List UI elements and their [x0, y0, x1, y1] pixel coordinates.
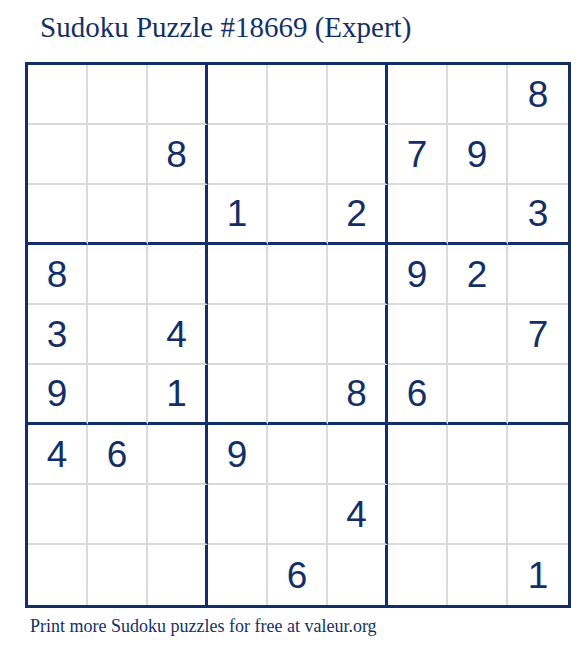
cell-r7c5[interactable] — [268, 425, 328, 485]
cell-r9c9: 1 — [508, 545, 568, 605]
cell-r3c3[interactable] — [148, 185, 208, 245]
cell-r7c6[interactable] — [328, 425, 388, 485]
cell-r8c4[interactable] — [208, 485, 268, 545]
cell-r2c6[interactable] — [328, 125, 388, 185]
page-title: Sudoku Puzzle #18669 (Expert) — [40, 11, 411, 44]
cell-r8c8[interactable] — [448, 485, 508, 545]
cell-r6c1: 9 — [28, 365, 88, 425]
cell-r2c5[interactable] — [268, 125, 328, 185]
cell-r5c2[interactable] — [88, 305, 148, 365]
cell-r4c9[interactable] — [508, 245, 568, 305]
cell-r5c8[interactable] — [448, 305, 508, 365]
cell-r6c9[interactable] — [508, 365, 568, 425]
sudoku-page: Sudoku Puzzle #18669 (Expert) 8879123892… — [0, 0, 580, 651]
cell-r7c2: 6 — [88, 425, 148, 485]
cell-r9c3[interactable] — [148, 545, 208, 605]
cell-r3c1[interactable] — [28, 185, 88, 245]
cell-r7c9[interactable] — [508, 425, 568, 485]
cell-r9c2[interactable] — [88, 545, 148, 605]
cell-r1c6[interactable] — [328, 65, 388, 125]
cell-r9c7[interactable] — [388, 545, 448, 605]
cell-r4c2[interactable] — [88, 245, 148, 305]
cell-r8c2[interactable] — [88, 485, 148, 545]
cell-r6c6: 8 — [328, 365, 388, 425]
cell-r5c4[interactable] — [208, 305, 268, 365]
cell-r3c6: 2 — [328, 185, 388, 245]
cell-r6c8[interactable] — [448, 365, 508, 425]
cell-r3c4: 1 — [208, 185, 268, 245]
cell-r7c8[interactable] — [448, 425, 508, 485]
cell-r2c1[interactable] — [28, 125, 88, 185]
cell-r1c1[interactable] — [28, 65, 88, 125]
cell-r8c5[interactable] — [268, 485, 328, 545]
cell-r6c4[interactable] — [208, 365, 268, 425]
cell-r3c5[interactable] — [268, 185, 328, 245]
cell-r4c6[interactable] — [328, 245, 388, 305]
cell-r4c7: 9 — [388, 245, 448, 305]
cell-r7c4: 9 — [208, 425, 268, 485]
cell-r5c1: 3 — [28, 305, 88, 365]
cell-r5c3: 4 — [148, 305, 208, 365]
cell-r8c1[interactable] — [28, 485, 88, 545]
cell-r1c5[interactable] — [268, 65, 328, 125]
cell-r9c1[interactable] — [28, 545, 88, 605]
cell-r4c3[interactable] — [148, 245, 208, 305]
cell-r2c8: 9 — [448, 125, 508, 185]
cell-r6c2[interactable] — [88, 365, 148, 425]
cell-r3c7[interactable] — [388, 185, 448, 245]
cell-r4c1: 8 — [28, 245, 88, 305]
cell-r3c9: 3 — [508, 185, 568, 245]
cell-r5c5[interactable] — [268, 305, 328, 365]
cell-r9c6[interactable] — [328, 545, 388, 605]
cell-r8c6: 4 — [328, 485, 388, 545]
cell-r7c3[interactable] — [148, 425, 208, 485]
cell-r1c3[interactable] — [148, 65, 208, 125]
cell-r2c4[interactable] — [208, 125, 268, 185]
sudoku-grid: 88791238923479186469461 — [25, 62, 571, 608]
cell-r6c3: 1 — [148, 365, 208, 425]
cell-r7c1: 4 — [28, 425, 88, 485]
footer-text: Print more Sudoku puzzles for free at va… — [30, 616, 377, 637]
cell-r2c9[interactable] — [508, 125, 568, 185]
cell-r1c2[interactable] — [88, 65, 148, 125]
cell-r3c2[interactable] — [88, 185, 148, 245]
cell-r5c6[interactable] — [328, 305, 388, 365]
cell-r2c2[interactable] — [88, 125, 148, 185]
cell-r7c7[interactable] — [388, 425, 448, 485]
cell-r5c7[interactable] — [388, 305, 448, 365]
cell-r9c4[interactable] — [208, 545, 268, 605]
cell-r5c9: 7 — [508, 305, 568, 365]
cell-r2c7: 7 — [388, 125, 448, 185]
cell-r1c8[interactable] — [448, 65, 508, 125]
cell-r1c4[interactable] — [208, 65, 268, 125]
cell-r6c7: 6 — [388, 365, 448, 425]
cell-r9c8[interactable] — [448, 545, 508, 605]
cell-r9c5: 6 — [268, 545, 328, 605]
cell-r8c7[interactable] — [388, 485, 448, 545]
cell-r6c5[interactable] — [268, 365, 328, 425]
cell-r4c4[interactable] — [208, 245, 268, 305]
cell-r8c9[interactable] — [508, 485, 568, 545]
cell-r8c3[interactable] — [148, 485, 208, 545]
cell-r3c8[interactable] — [448, 185, 508, 245]
cell-r4c8: 2 — [448, 245, 508, 305]
cell-r1c7[interactable] — [388, 65, 448, 125]
cell-r1c9: 8 — [508, 65, 568, 125]
cell-r4c5[interactable] — [268, 245, 328, 305]
cell-r2c3: 8 — [148, 125, 208, 185]
